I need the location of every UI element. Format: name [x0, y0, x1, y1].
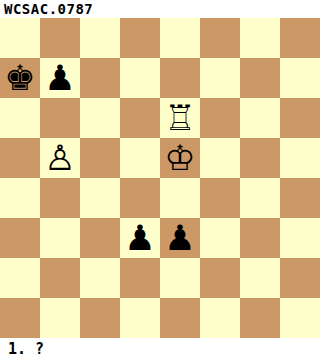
square-h1[interactable] — [280, 298, 320, 338]
square-f4[interactable] — [200, 178, 240, 218]
square-e6[interactable]: ♖ — [160, 98, 200, 138]
square-g4[interactable] — [240, 178, 280, 218]
square-c4[interactable] — [80, 178, 120, 218]
black-pawn: ♟ — [124, 218, 155, 258]
square-d7[interactable] — [120, 58, 160, 98]
square-b3[interactable] — [40, 218, 80, 258]
square-e1[interactable] — [160, 298, 200, 338]
header: WCSAC.0787 — [0, 0, 320, 18]
square-e4[interactable] — [160, 178, 200, 218]
square-b7[interactable]: ♟ — [40, 58, 80, 98]
square-h5[interactable] — [280, 138, 320, 178]
square-e8[interactable] — [160, 18, 200, 58]
square-g3[interactable] — [240, 218, 280, 258]
square-a5[interactable] — [0, 138, 40, 178]
square-g2[interactable] — [240, 258, 280, 298]
white-pawn: ♙ — [44, 138, 75, 178]
square-h8[interactable] — [280, 18, 320, 58]
square-b4[interactable] — [40, 178, 80, 218]
square-f5[interactable] — [200, 138, 240, 178]
square-g6[interactable] — [240, 98, 280, 138]
square-e5[interactable]: ♔ — [160, 138, 200, 178]
chess-board: ♚♟♖♙♔♟♟ — [0, 18, 320, 338]
black-pawn: ♟ — [164, 218, 195, 258]
square-h4[interactable] — [280, 178, 320, 218]
square-d3[interactable]: ♟ — [120, 218, 160, 258]
square-a2[interactable] — [0, 258, 40, 298]
square-a4[interactable] — [0, 178, 40, 218]
square-f6[interactable] — [200, 98, 240, 138]
square-g5[interactable] — [240, 138, 280, 178]
footer: 1. ? — [0, 338, 320, 360]
square-d2[interactable] — [120, 258, 160, 298]
square-c8[interactable] — [80, 18, 120, 58]
square-g8[interactable] — [240, 18, 280, 58]
puzzle-id-label: WCSAC.0787 — [0, 0, 93, 18]
square-b5[interactable]: ♙ — [40, 138, 80, 178]
square-d1[interactable] — [120, 298, 160, 338]
square-a1[interactable] — [0, 298, 40, 338]
square-e7[interactable] — [160, 58, 200, 98]
square-a6[interactable] — [0, 98, 40, 138]
square-b8[interactable] — [40, 18, 80, 58]
square-c6[interactable] — [80, 98, 120, 138]
square-b2[interactable] — [40, 258, 80, 298]
white-rook: ♖ — [164, 98, 195, 138]
square-b6[interactable] — [40, 98, 80, 138]
square-f3[interactable] — [200, 218, 240, 258]
square-d6[interactable] — [120, 98, 160, 138]
square-c2[interactable] — [80, 258, 120, 298]
square-d4[interactable] — [120, 178, 160, 218]
square-a3[interactable] — [0, 218, 40, 258]
square-h3[interactable] — [280, 218, 320, 258]
square-h2[interactable] — [280, 258, 320, 298]
square-c1[interactable] — [80, 298, 120, 338]
move-prompt-label: 1. ? — [0, 338, 44, 360]
square-a8[interactable] — [0, 18, 40, 58]
square-h7[interactable] — [280, 58, 320, 98]
square-e2[interactable] — [160, 258, 200, 298]
chess-diagram-page: WCSAC.0787 ♚♟♖♙♔♟♟ 1. ? — [0, 0, 320, 360]
black-pawn: ♟ — [44, 58, 75, 98]
square-a7[interactable]: ♚ — [0, 58, 40, 98]
square-c7[interactable] — [80, 58, 120, 98]
square-c3[interactable] — [80, 218, 120, 258]
square-e3[interactable]: ♟ — [160, 218, 200, 258]
white-king: ♔ — [164, 138, 195, 178]
square-h6[interactable] — [280, 98, 320, 138]
square-g1[interactable] — [240, 298, 280, 338]
black-king: ♚ — [4, 58, 35, 98]
square-c5[interactable] — [80, 138, 120, 178]
square-f1[interactable] — [200, 298, 240, 338]
square-f2[interactable] — [200, 258, 240, 298]
square-f8[interactable] — [200, 18, 240, 58]
square-b1[interactable] — [40, 298, 80, 338]
square-f7[interactable] — [200, 58, 240, 98]
square-d8[interactable] — [120, 18, 160, 58]
square-g7[interactable] — [240, 58, 280, 98]
square-d5[interactable] — [120, 138, 160, 178]
